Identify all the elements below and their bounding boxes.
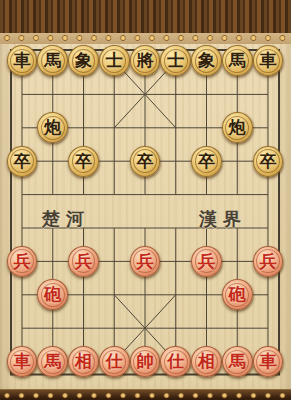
piece-black-soldier[interactable]: 卒 [191, 146, 222, 177]
board-cell: 卒 [130, 144, 161, 177]
piece-black-advisor[interactable]: 士 [160, 45, 191, 76]
piece-glyph: 馬 [229, 353, 246, 370]
board-cell: 卒 [191, 144, 222, 177]
piece-red-soldier[interactable]: 兵 [191, 246, 222, 277]
piece-black-horse[interactable]: 馬 [37, 45, 68, 76]
piece-black-soldier[interactable]: 卒 [7, 146, 38, 177]
piece-red-elephant[interactable]: 相 [191, 346, 222, 377]
piece-glyph: 將 [136, 52, 153, 69]
board-cell: 相 [68, 345, 99, 378]
piece-black-horse[interactable]: 馬 [222, 45, 253, 76]
piece-glyph: 兵 [136, 253, 153, 270]
board-cell: 將 [130, 44, 161, 77]
board-cell: 砲 [37, 278, 68, 311]
piece-glyph: 象 [75, 52, 92, 69]
piece-red-soldier[interactable]: 兵 [68, 246, 99, 277]
piece-red-advisor[interactable]: 仕 [99, 346, 130, 377]
board-grid: 車馬象士將士象馬車炮炮卒卒卒卒卒兵兵兵兵兵砲砲車馬相仕帥仕相馬車 [7, 44, 284, 378]
board-cell: 卒 [253, 144, 284, 177]
piece-red-soldier[interactable]: 兵 [253, 246, 284, 277]
board-cell: 兵 [68, 245, 99, 278]
piece-red-cannon[interactable]: 砲 [37, 279, 68, 310]
board-cell: 象 [191, 44, 222, 77]
piece-red-advisor[interactable]: 仕 [160, 346, 191, 377]
piece-glyph: 炮 [229, 119, 246, 136]
piece-glyph: 卒 [136, 153, 153, 170]
piece-glyph: 兵 [13, 253, 30, 270]
board-cell: 士 [160, 44, 191, 77]
board-cell: 車 [253, 345, 284, 378]
top-wood-frame [0, 0, 291, 35]
piece-black-cannon[interactable]: 炮 [222, 112, 253, 143]
board-cell: 仕 [99, 345, 130, 378]
piece-glyph: 卒 [259, 153, 276, 170]
piece-glyph: 仕 [167, 353, 184, 370]
piece-black-advisor[interactable]: 士 [99, 45, 130, 76]
piece-glyph: 帥 [136, 353, 153, 370]
piece-glyph: 馬 [229, 52, 246, 69]
piece-red-elephant[interactable]: 相 [68, 346, 99, 377]
board-cell: 兵 [130, 245, 161, 278]
piece-glyph: 兵 [75, 253, 92, 270]
board-cell: 車 [7, 345, 38, 378]
piece-glyph: 炮 [44, 119, 61, 136]
board-cell: 兵 [7, 245, 38, 278]
piece-glyph: 卒 [75, 153, 92, 170]
piece-red-horse[interactable]: 馬 [222, 346, 253, 377]
piece-glyph: 士 [106, 52, 123, 69]
board-cell: 馬 [222, 345, 253, 378]
piece-glyph: 仕 [106, 353, 123, 370]
board-cell: 兵 [253, 245, 284, 278]
piece-black-chariot[interactable]: 車 [253, 45, 284, 76]
piece-black-elephant[interactable]: 象 [191, 45, 222, 76]
piece-glyph: 車 [13, 52, 30, 69]
piece-black-elephant[interactable]: 象 [68, 45, 99, 76]
top-nail-strip [0, 33, 291, 44]
bottom-nail-strip [0, 389, 291, 400]
board-cell: 兵 [191, 245, 222, 278]
piece-red-chariot[interactable]: 車 [253, 346, 284, 377]
board-cell: 帥 [130, 345, 161, 378]
piece-glyph: 兵 [259, 253, 276, 270]
piece-black-cannon[interactable]: 炮 [37, 112, 68, 143]
piece-glyph: 兵 [198, 253, 215, 270]
board-cell: 砲 [222, 278, 253, 311]
board-cell: 車 [7, 44, 38, 77]
piece-black-chariot[interactable]: 車 [7, 45, 38, 76]
piece-glyph: 砲 [229, 286, 246, 303]
piece-black-general[interactable]: 將 [130, 45, 161, 76]
piece-glyph: 卒 [198, 153, 215, 170]
board-cell: 炮 [37, 111, 68, 144]
piece-black-soldier[interactable]: 卒 [253, 146, 284, 177]
piece-glyph: 相 [198, 353, 215, 370]
board-cell: 士 [99, 44, 130, 77]
piece-red-general[interactable]: 帥 [130, 346, 161, 377]
piece-red-horse[interactable]: 馬 [37, 346, 68, 377]
piece-glyph: 車 [259, 353, 276, 370]
board-cell: 象 [68, 44, 99, 77]
piece-black-soldier[interactable]: 卒 [130, 146, 161, 177]
board-cell: 卒 [7, 144, 38, 177]
piece-glyph: 相 [75, 353, 92, 370]
piece-glyph: 馬 [44, 52, 61, 69]
xiangqi-board: 楚河 漢界 車馬象士將士象馬車炮炮卒卒卒卒卒兵兵兵兵兵砲砲車馬相仕帥仕相馬車 [0, 0, 291, 400]
piece-glyph: 車 [259, 52, 276, 69]
piece-glyph: 卒 [13, 153, 30, 170]
board-cell: 炮 [222, 111, 253, 144]
board-cell: 馬 [37, 345, 68, 378]
piece-red-soldier[interactable]: 兵 [130, 246, 161, 277]
board-cell: 馬 [222, 44, 253, 77]
piece-glyph: 車 [13, 353, 30, 370]
piece-red-cannon[interactable]: 砲 [222, 279, 253, 310]
piece-black-soldier[interactable]: 卒 [68, 146, 99, 177]
piece-glyph: 馬 [44, 353, 61, 370]
board-cell: 仕 [160, 345, 191, 378]
piece-red-soldier[interactable]: 兵 [7, 246, 38, 277]
piece-glyph: 象 [198, 52, 215, 69]
board-cell: 卒 [68, 144, 99, 177]
board-cell: 車 [253, 44, 284, 77]
piece-glyph: 士 [167, 52, 184, 69]
piece-glyph: 砲 [44, 286, 61, 303]
board-cell: 相 [191, 345, 222, 378]
board-cell: 馬 [37, 44, 68, 77]
piece-red-chariot[interactable]: 車 [7, 346, 38, 377]
